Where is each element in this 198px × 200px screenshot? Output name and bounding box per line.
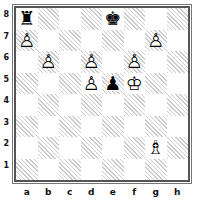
square-a7[interactable]: ♟♙ <box>16 30 38 52</box>
square-h8[interactable] <box>167 8 189 30</box>
square-a2[interactable] <box>16 137 38 159</box>
white-pawn-g7: ♙ <box>145 30 167 52</box>
square-e5[interactable]: ♟ <box>102 73 124 95</box>
file-label-g: g <box>145 187 167 197</box>
rank-label-8: 8 <box>0 4 12 26</box>
black-pawn-e5: ♟ <box>102 73 124 95</box>
square-g7[interactable]: ♟♙ <box>145 30 167 52</box>
square-d8[interactable] <box>81 8 103 30</box>
chess-board: ♜♚♟♙♟♙♟♙♟♙♟♙♟♙♟♚♔♝♗ <box>16 8 188 180</box>
square-a6[interactable] <box>16 51 38 73</box>
file-label-c: c <box>59 187 81 197</box>
file-label-b: b <box>38 187 60 197</box>
square-d6[interactable]: ♟♙ <box>81 51 103 73</box>
square-a4[interactable] <box>16 94 38 116</box>
file-label-f: f <box>124 187 146 197</box>
square-h1[interactable] <box>167 159 189 181</box>
file-label-a: a <box>16 187 38 197</box>
square-b8[interactable] <box>38 8 60 30</box>
file-label-d: d <box>81 187 103 197</box>
square-h4[interactable] <box>167 94 189 116</box>
square-g4[interactable] <box>145 94 167 116</box>
square-a5[interactable] <box>16 73 38 95</box>
white-pawn-d6: ♙ <box>81 51 103 73</box>
black-king-e8: ♚ <box>102 8 124 30</box>
white-pawn-fill: ♟ <box>145 30 167 52</box>
square-f8[interactable] <box>124 8 146 30</box>
rank-label-6: 6 <box>0 47 12 69</box>
white-king-fill: ♚ <box>124 73 146 95</box>
square-b1[interactable] <box>38 159 60 181</box>
square-b2[interactable] <box>38 137 60 159</box>
square-e4[interactable] <box>102 94 124 116</box>
square-g8[interactable] <box>145 8 167 30</box>
square-f6[interactable]: ♟♙ <box>124 51 146 73</box>
square-f3[interactable] <box>124 116 146 138</box>
square-f4[interactable] <box>124 94 146 116</box>
square-b4[interactable] <box>38 94 60 116</box>
square-a1[interactable] <box>16 159 38 181</box>
square-g3[interactable] <box>145 116 167 138</box>
white-pawn-fill: ♟ <box>81 73 103 95</box>
white-pawn-fill: ♟ <box>16 30 38 52</box>
chess-diagram-page: 87654321 ♜♚♟♙♟♙♟♙♟♙♟♙♟♙♟♚♔♝♗ abcdefgh <box>0 0 198 200</box>
rank-label-4: 4 <box>0 90 12 112</box>
square-f7[interactable] <box>124 30 146 52</box>
square-e8[interactable]: ♚ <box>102 8 124 30</box>
square-c7[interactable] <box>59 30 81 52</box>
square-d7[interactable] <box>81 30 103 52</box>
board-row: 87654321 ♜♚♟♙♟♙♟♙♟♙♟♙♟♙♟♚♔♝♗ <box>0 0 198 184</box>
square-h6[interactable] <box>167 51 189 73</box>
square-g2[interactable]: ♝♗ <box>145 137 167 159</box>
square-g5[interactable] <box>145 73 167 95</box>
square-e1[interactable] <box>102 159 124 181</box>
square-c1[interactable] <box>59 159 81 181</box>
square-g1[interactable] <box>145 159 167 181</box>
square-g6[interactable] <box>145 51 167 73</box>
file-labels: abcdefgh <box>16 184 198 199</box>
square-a3[interactable] <box>16 116 38 138</box>
board-frame: ♜♚♟♙♟♙♟♙♟♙♟♙♟♙♟♚♔♝♗ <box>12 4 192 184</box>
square-f5[interactable]: ♚♔ <box>124 73 146 95</box>
square-e7[interactable] <box>102 30 124 52</box>
square-h3[interactable] <box>167 116 189 138</box>
white-pawn-fill: ♟ <box>124 51 146 73</box>
rank-label-1: 1 <box>0 155 12 177</box>
white-pawn-d5: ♙ <box>81 73 103 95</box>
white-pawn-f6: ♙ <box>124 51 146 73</box>
white-bishop-g2: ♗ <box>145 137 167 159</box>
square-d2[interactable] <box>81 137 103 159</box>
rank-label-2: 2 <box>0 133 12 155</box>
rank-labels: 87654321 <box>0 4 12 184</box>
square-c5[interactable] <box>59 73 81 95</box>
square-c3[interactable] <box>59 116 81 138</box>
square-h7[interactable] <box>167 30 189 52</box>
square-f1[interactable] <box>124 159 146 181</box>
square-d5[interactable]: ♟♙ <box>81 73 103 95</box>
white-pawn-fill: ♟ <box>81 51 103 73</box>
square-h5[interactable] <box>167 73 189 95</box>
white-pawn-b6: ♙ <box>38 51 60 73</box>
file-label-e: e <box>102 187 124 197</box>
square-b5[interactable] <box>38 73 60 95</box>
rank-label-5: 5 <box>0 69 12 91</box>
square-h2[interactable] <box>167 137 189 159</box>
square-e3[interactable] <box>102 116 124 138</box>
square-c4[interactable] <box>59 94 81 116</box>
square-b3[interactable] <box>38 116 60 138</box>
square-e6[interactable] <box>102 51 124 73</box>
square-c2[interactable] <box>59 137 81 159</box>
white-king-f5: ♔ <box>124 73 146 95</box>
rank-label-7: 7 <box>0 26 12 48</box>
white-bishop-fill: ♝ <box>145 137 167 159</box>
square-c6[interactable] <box>59 51 81 73</box>
file-label-h: h <box>167 187 189 197</box>
square-b6[interactable]: ♟♙ <box>38 51 60 73</box>
square-d1[interactable] <box>81 159 103 181</box>
white-pawn-fill: ♟ <box>38 51 60 73</box>
square-d4[interactable] <box>81 94 103 116</box>
square-c8[interactable] <box>59 8 81 30</box>
rank-label-3: 3 <box>0 112 12 134</box>
square-f2[interactable] <box>124 137 146 159</box>
white-pawn-a7: ♙ <box>16 30 38 52</box>
square-d3[interactable] <box>81 116 103 138</box>
black-rook-a8: ♜ <box>16 8 38 30</box>
square-b7[interactable] <box>38 30 60 52</box>
board-inner-border: ♜♚♟♙♟♙♟♙♟♙♟♙♟♙♟♚♔♝♗ <box>14 6 190 182</box>
square-a8[interactable]: ♜ <box>16 8 38 30</box>
square-e2[interactable] <box>102 137 124 159</box>
